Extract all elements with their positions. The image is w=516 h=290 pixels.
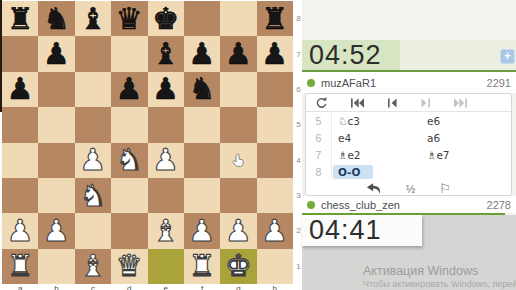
move-white[interactable]: e4 bbox=[332, 132, 421, 144]
square-e1[interactable] bbox=[148, 249, 184, 284]
white-king[interactable]: ♚ bbox=[225, 251, 252, 281]
move-black[interactable]: a6 bbox=[421, 132, 511, 144]
square-d8[interactable]: ♛ bbox=[111, 1, 147, 36]
online-dot-icon bbox=[307, 79, 315, 87]
square-d7[interactable] bbox=[111, 36, 147, 71]
board-left-edge bbox=[0, 0, 2, 112]
square-h7[interactable]: ♟ bbox=[257, 36, 293, 71]
square-a8[interactable]: ♜ bbox=[2, 1, 38, 36]
white-knight[interactable]: ♞ bbox=[79, 181, 106, 211]
resign-flag-icon[interactable]: ⚐ bbox=[439, 182, 451, 195]
square-c1[interactable]: ♝ bbox=[75, 249, 111, 284]
square-b8[interactable]: ♞ bbox=[38, 1, 74, 36]
black-knight[interactable]: ♞ bbox=[43, 4, 70, 34]
square-a4[interactable] bbox=[2, 143, 38, 178]
game-actions: ½ ⚐ bbox=[306, 181, 511, 196]
move-nav-bar bbox=[306, 94, 511, 112]
game-screen: ♜♞♝♛♚♜♟♝♟♟♟♟♟♟♞♟♞♟♞♟♟♝♟♟♟♜♝♛♜♚ 87654321 … bbox=[0, 0, 516, 290]
square-a2[interactable]: ♟ bbox=[2, 213, 38, 248]
square-d6[interactable]: ♟ bbox=[111, 72, 147, 107]
white-bishop[interactable]: ♝ bbox=[152, 216, 179, 246]
square-b5[interactable] bbox=[38, 107, 74, 142]
online-dot-icon bbox=[307, 201, 315, 209]
file-label-d: d bbox=[111, 284, 147, 290]
last-move-icon[interactable] bbox=[454, 98, 467, 108]
square-f7[interactable]: ♟ bbox=[184, 36, 220, 71]
square-h1[interactable] bbox=[257, 249, 293, 284]
windows-activation-subtext: Чтобы активировать Windows, перейдите bbox=[363, 279, 516, 289]
top-clock: 04:52 bbox=[302, 40, 400, 71]
top-player-name[interactable]: muzAFaR1 bbox=[321, 77, 487, 89]
square-d5[interactable] bbox=[111, 107, 147, 142]
black-pawn[interactable]: ♟ bbox=[152, 74, 179, 104]
square-d1[interactable]: ♛ bbox=[111, 249, 147, 284]
square-b6[interactable] bbox=[38, 72, 74, 107]
square-e8[interactable]: ♚ bbox=[148, 1, 184, 36]
square-g4[interactable] bbox=[220, 143, 256, 178]
square-e6[interactable]: ♟ bbox=[148, 72, 184, 107]
hand-cursor-icon bbox=[232, 153, 245, 168]
square-e3[interactable] bbox=[148, 178, 184, 213]
square-b2[interactable]: ♟ bbox=[38, 213, 74, 248]
square-h8[interactable]: ♜ bbox=[257, 1, 293, 36]
square-f4[interactable] bbox=[184, 143, 220, 178]
white-pawn[interactable]: ♟ bbox=[7, 216, 34, 246]
square-g6[interactable] bbox=[220, 72, 256, 107]
black-pawn[interactable]: ♟ bbox=[43, 39, 70, 69]
white-pawn[interactable]: ♟ bbox=[43, 216, 70, 246]
square-f2[interactable]: ♟ bbox=[184, 213, 220, 248]
black-bishop[interactable]: ♝ bbox=[152, 39, 179, 69]
square-h4[interactable] bbox=[257, 143, 293, 178]
white-rook[interactable]: ♜ bbox=[7, 251, 34, 281]
square-f6[interactable]: ♞ bbox=[184, 72, 220, 107]
black-pawn[interactable]: ♟ bbox=[261, 39, 288, 69]
square-e4[interactable]: ♟ bbox=[148, 143, 184, 178]
square-f1[interactable]: ♜ bbox=[184, 249, 220, 284]
square-a6[interactable]: ♟ bbox=[2, 72, 38, 107]
square-a5[interactable] bbox=[2, 107, 38, 142]
square-c8[interactable]: ♝ bbox=[75, 1, 111, 36]
move-white[interactable]: ♗e2 bbox=[332, 149, 421, 161]
move-row: 5 ♘c3 e6 bbox=[306, 112, 511, 129]
square-c5[interactable] bbox=[75, 107, 111, 142]
file-label-b: b bbox=[38, 284, 74, 290]
white-knight[interactable]: ♞ bbox=[116, 145, 143, 175]
square-a7[interactable] bbox=[2, 36, 38, 71]
square-d2[interactable] bbox=[111, 213, 147, 248]
square-g5[interactable] bbox=[220, 107, 256, 142]
square-h2[interactable]: ♟ bbox=[257, 213, 293, 248]
move-black[interactable]: e6 bbox=[421, 115, 511, 127]
file-label-c: c bbox=[75, 284, 111, 290]
move-row: 8 O-O bbox=[306, 163, 511, 180]
file-label-e: e bbox=[148, 284, 184, 290]
white-pawn[interactable]: ♟ bbox=[79, 145, 106, 175]
add-time-button[interactable]: + bbox=[500, 49, 515, 64]
white-bishop[interactable]: ♝ bbox=[79, 251, 106, 281]
square-b1[interactable] bbox=[38, 249, 74, 284]
bottom-player-rating: 2278 bbox=[487, 199, 511, 211]
black-pawn[interactable]: ♟ bbox=[189, 39, 216, 69]
windows-activation-watermark: Активация Windows bbox=[363, 264, 478, 278]
bottom-clock: 04:41 bbox=[302, 215, 422, 246]
move-number: 6 bbox=[306, 129, 332, 146]
square-a3[interactable] bbox=[2, 178, 38, 213]
move-white[interactable]: ♘c3 bbox=[332, 115, 421, 127]
square-g3[interactable] bbox=[220, 178, 256, 213]
file-label-g: g bbox=[220, 284, 256, 290]
black-pawn[interactable]: ♟ bbox=[7, 74, 34, 104]
file-labels: abcdefgh bbox=[2, 284, 293, 290]
square-f8[interactable] bbox=[184, 1, 220, 36]
square-h5[interactable] bbox=[257, 107, 293, 142]
black-king[interactable]: ♚ bbox=[152, 4, 179, 34]
white-queen[interactable]: ♛ bbox=[116, 251, 143, 281]
current-move-highlight[interactable]: O-O bbox=[333, 165, 373, 179]
white-pawn[interactable]: ♟ bbox=[261, 216, 288, 246]
white-rook[interactable]: ♜ bbox=[189, 251, 216, 281]
square-g2[interactable]: ♟ bbox=[220, 213, 256, 248]
takeback-icon[interactable] bbox=[366, 182, 382, 195]
square-d3[interactable] bbox=[111, 178, 147, 213]
square-e7[interactable]: ♝ bbox=[148, 36, 184, 71]
bottom-player-row: chess_club_zen 2278 bbox=[302, 196, 516, 213]
bottom-player-name[interactable]: chess_club_zen bbox=[321, 199, 487, 211]
move-black[interactable]: ♗e7 bbox=[421, 149, 511, 161]
black-pawn[interactable]: ♟ bbox=[116, 74, 143, 104]
square-c2[interactable] bbox=[75, 213, 111, 248]
black-bishop[interactable]: ♝ bbox=[79, 4, 106, 34]
move-row: 7 ♗e2 ♗e7 bbox=[306, 146, 511, 163]
square-c3[interactable]: ♞ bbox=[75, 178, 111, 213]
move-list-card: 5 ♘c3 e6 6 e4 a6 7 ♗e2 ♗e7 8 O-O ½ ⚐ bbox=[305, 93, 512, 196]
move-number: 8 bbox=[306, 163, 332, 180]
black-queen[interactable]: ♛ bbox=[116, 4, 143, 34]
chess-board: ♜♞♝♛♚♜♟♝♟♟♟♟♟♟♞♟♞♟♞♟♟♝♟♟♟♜♝♛♜♚ bbox=[2, 1, 293, 284]
square-f3[interactable] bbox=[184, 178, 220, 213]
square-b7[interactable]: ♟ bbox=[38, 36, 74, 71]
file-label-h: h bbox=[257, 284, 293, 290]
square-c7[interactable] bbox=[75, 36, 111, 71]
black-pawn[interactable]: ♟ bbox=[225, 39, 252, 69]
previous-move-icon[interactable] bbox=[388, 98, 397, 108]
file-label-f: f bbox=[184, 284, 220, 290]
square-h6[interactable] bbox=[257, 72, 293, 107]
square-g1[interactable]: ♚ bbox=[220, 249, 256, 284]
square-c6[interactable] bbox=[75, 72, 111, 107]
top-player-row: muzAFaR1 2291 bbox=[302, 72, 516, 93]
black-rook[interactable]: ♜ bbox=[7, 4, 34, 34]
top-player-rating: 2291 bbox=[487, 77, 511, 89]
file-label-a: a bbox=[2, 284, 38, 290]
square-e2[interactable]: ♝ bbox=[148, 213, 184, 248]
next-move-icon[interactable] bbox=[421, 98, 430, 108]
move-row: 6 e4 a6 bbox=[306, 129, 511, 146]
square-g7[interactable]: ♟ bbox=[220, 36, 256, 71]
white-pawn[interactable]: ♟ bbox=[189, 216, 216, 246]
square-h3[interactable] bbox=[257, 178, 293, 213]
black-knight[interactable]: ♞ bbox=[189, 74, 216, 104]
square-c4[interactable]: ♟ bbox=[75, 143, 111, 178]
first-move-icon[interactable] bbox=[351, 98, 364, 108]
square-g8[interactable] bbox=[220, 1, 256, 36]
square-f5[interactable] bbox=[184, 107, 220, 142]
white-pawn[interactable]: ♟ bbox=[225, 216, 252, 246]
move-number: 7 bbox=[306, 146, 332, 163]
square-b4[interactable] bbox=[38, 143, 74, 178]
square-e5[interactable] bbox=[148, 107, 184, 142]
move-number: 5 bbox=[306, 112, 332, 129]
square-a1[interactable]: ♜ bbox=[2, 249, 38, 284]
cycle-icon[interactable] bbox=[315, 97, 327, 109]
square-b3[interactable] bbox=[38, 178, 74, 213]
move-white-current[interactable]: O-O bbox=[332, 165, 421, 179]
white-pawn[interactable]: ♟ bbox=[152, 145, 179, 175]
square-d4[interactable]: ♞ bbox=[111, 143, 147, 178]
black-rook[interactable]: ♜ bbox=[261, 4, 288, 34]
offer-draw-button[interactable]: ½ bbox=[406, 183, 415, 195]
